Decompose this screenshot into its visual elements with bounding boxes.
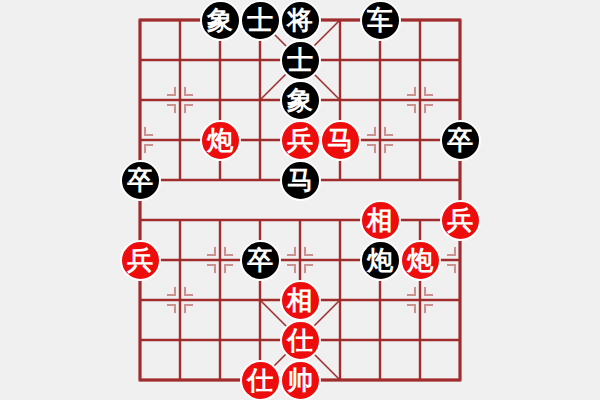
piece-red-advisor[interactable]: 仕 — [280, 320, 321, 361]
piece-red-cannon[interactable]: 炮 — [200, 120, 241, 161]
piece-black-pawn[interactable]: 卒 — [240, 240, 281, 281]
piece-red-advisor[interactable]: 仕 — [240, 360, 281, 400]
piece-black-pawn[interactable]: 卒 — [440, 120, 481, 161]
piece-red-pawn[interactable]: 兵 — [440, 200, 481, 241]
piece-red-pawn[interactable]: 兵 — [120, 240, 161, 281]
piece-red-elephant[interactable]: 相 — [360, 200, 401, 241]
pieces-layer: 象士将车士象炮兵马卒卒马相兵兵卒炮炮相仕仕帅 — [120, 0, 480, 400]
piece-red-pawn[interactable]: 兵 — [280, 120, 321, 161]
piece-black-cannon[interactable]: 炮 — [360, 240, 401, 281]
xiangqi-app-canvas: 象士将车士象炮兵马卒卒马相兵兵卒炮炮相仕仕帅 — [0, 0, 600, 400]
piece-red-horse[interactable]: 马 — [320, 120, 361, 161]
piece-black-elephant[interactable]: 象 — [280, 80, 321, 121]
piece-red-elephant[interactable]: 相 — [280, 280, 321, 321]
piece-black-advisor[interactable]: 士 — [240, 0, 281, 41]
piece-black-chariot[interactable]: 车 — [360, 0, 401, 41]
piece-black-elephant[interactable]: 象 — [200, 0, 241, 41]
piece-red-general[interactable]: 帅 — [280, 360, 321, 400]
piece-black-general[interactable]: 将 — [280, 0, 321, 41]
piece-black-advisor[interactable]: 士 — [280, 40, 321, 81]
piece-black-horse[interactable]: 马 — [280, 160, 321, 201]
piece-red-cannon[interactable]: 炮 — [400, 240, 441, 281]
xiangqi-board[interactable]: 象士将车士象炮兵马卒卒马相兵兵卒炮炮相仕仕帅 — [0, 0, 600, 400]
piece-black-pawn[interactable]: 卒 — [120, 160, 161, 201]
